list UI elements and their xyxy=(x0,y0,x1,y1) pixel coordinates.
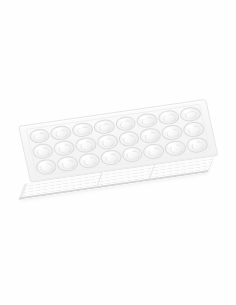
mould-cavity xyxy=(34,158,58,175)
mould-cavity xyxy=(114,115,138,132)
mould-cavity xyxy=(56,155,80,172)
mould-cavity xyxy=(185,136,209,153)
mould-cavity xyxy=(135,112,159,129)
mould-seam xyxy=(97,172,103,186)
mould-cavity xyxy=(99,149,123,166)
mould-cavity xyxy=(92,118,116,135)
mould-cavity xyxy=(49,124,73,141)
mould-cavity xyxy=(31,143,55,160)
mould-cavity xyxy=(74,136,98,153)
mould-cavity xyxy=(28,127,52,144)
mould-cavity xyxy=(182,121,206,138)
mould-cavity xyxy=(71,121,95,138)
mould-cavity xyxy=(142,142,166,159)
mould-cavity xyxy=(163,139,187,156)
mould-cavity xyxy=(77,152,101,169)
mould-cavity xyxy=(160,124,184,141)
product-photo-background xyxy=(0,0,236,305)
mould-seam xyxy=(149,165,155,179)
mould-cavity xyxy=(139,127,163,144)
mould-cavity xyxy=(178,106,202,123)
mould-cavity xyxy=(157,109,181,126)
mould-cavity xyxy=(52,139,76,156)
mould-cavity xyxy=(95,133,119,150)
chocolate-mould-tray xyxy=(18,99,217,199)
mould-cavity xyxy=(120,146,144,163)
mould-cavity xyxy=(117,130,141,147)
